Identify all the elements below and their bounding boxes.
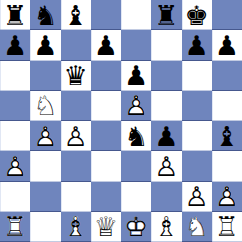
- square-e1[interactable]: ♚♔: [121, 212, 151, 242]
- square-f3[interactable]: ♟♙: [151, 151, 181, 181]
- square-h7[interactable]: ♟: [212, 30, 242, 60]
- white-rook-fill: ♜: [0, 212, 30, 242]
- square-g3[interactable]: [182, 151, 212, 181]
- square-a6[interactable]: [0, 61, 30, 91]
- black-pawn-glyph: ♟: [182, 30, 212, 60]
- square-d6[interactable]: [91, 61, 121, 91]
- square-d2[interactable]: [91, 182, 121, 212]
- square-d7[interactable]: ♟: [91, 30, 121, 60]
- white-pawn-outline: ♙: [182, 182, 212, 212]
- square-b5[interactable]: ♞♘: [30, 91, 60, 121]
- black-bishop-glyph: ♝: [61, 0, 91, 30]
- square-b6[interactable]: [30, 61, 60, 91]
- square-e5[interactable]: ♟♙: [121, 91, 151, 121]
- white-queen-fill: ♛: [91, 212, 121, 242]
- square-g5[interactable]: [182, 91, 212, 121]
- white-king-fill: ♚: [121, 212, 151, 242]
- square-e2[interactable]: [121, 182, 151, 212]
- square-f2[interactable]: [151, 182, 181, 212]
- chess-board: ♜♞♝♜♚♟♟♟♟♟♛♟♞♘♟♙♟♙♟♙♞♟♝♟♙♟♙♟♙♟♙♜♖♝♗♛♕♚♔♝…: [0, 0, 242, 242]
- square-e8[interactable]: [121, 0, 151, 30]
- square-h8[interactable]: [212, 0, 242, 30]
- square-f8[interactable]: ♜: [151, 0, 181, 30]
- square-b7[interactable]: ♟: [30, 30, 60, 60]
- white-bishop-outline: ♗: [61, 212, 91, 242]
- square-c7[interactable]: [61, 30, 91, 60]
- black-queen-glyph: ♛: [61, 61, 91, 91]
- white-knight-outline: ♘: [30, 91, 60, 121]
- square-c3[interactable]: [61, 151, 91, 181]
- square-e3[interactable]: [121, 151, 151, 181]
- square-b4[interactable]: ♟♙: [30, 121, 60, 151]
- white-pawn-fill: ♟: [30, 121, 60, 151]
- black-pawn-glyph: ♟: [0, 30, 30, 60]
- square-f4[interactable]: ♟: [151, 121, 181, 151]
- square-e6[interactable]: ♟: [121, 61, 151, 91]
- square-d4[interactable]: [91, 121, 121, 151]
- black-pawn-glyph: ♟: [30, 30, 60, 60]
- square-h5[interactable]: [212, 91, 242, 121]
- square-b2[interactable]: [30, 182, 60, 212]
- square-b8[interactable]: ♞: [30, 0, 60, 30]
- black-rook-glyph: ♜: [151, 0, 181, 30]
- white-pawn-fill: ♟: [0, 151, 30, 181]
- square-b3[interactable]: [30, 151, 60, 181]
- square-c2[interactable]: [61, 182, 91, 212]
- white-rook-outline: ♖: [0, 212, 30, 242]
- black-bishop-glyph: ♝: [212, 121, 242, 151]
- white-pawn-outline: ♙: [121, 91, 151, 121]
- black-knight-glyph: ♞: [30, 0, 60, 30]
- white-bishop-fill: ♝: [151, 212, 181, 242]
- white-bishop-fill: ♝: [61, 212, 91, 242]
- square-h4[interactable]: ♝: [212, 121, 242, 151]
- square-f1[interactable]: ♝♗: [151, 212, 181, 242]
- square-g6[interactable]: [182, 61, 212, 91]
- square-c5[interactable]: [61, 91, 91, 121]
- square-g8[interactable]: ♚: [182, 0, 212, 30]
- black-pawn-glyph: ♟: [151, 121, 181, 151]
- square-c1[interactable]: ♝♗: [61, 212, 91, 242]
- square-a2[interactable]: [0, 182, 30, 212]
- square-d5[interactable]: [91, 91, 121, 121]
- black-king-glyph: ♚: [182, 0, 212, 30]
- square-c6[interactable]: ♛: [61, 61, 91, 91]
- white-knight-fill: ♞: [182, 212, 212, 242]
- white-pawn-outline: ♙: [0, 151, 30, 181]
- white-pawn-fill: ♟: [212, 182, 242, 212]
- square-a3[interactable]: ♟♙: [0, 151, 30, 181]
- square-h3[interactable]: [212, 151, 242, 181]
- white-pawn-fill: ♟: [61, 121, 91, 151]
- white-knight-outline: ♘: [182, 212, 212, 242]
- white-knight-fill: ♞: [30, 91, 60, 121]
- square-a7[interactable]: ♟: [0, 30, 30, 60]
- white-pawn-fill: ♟: [151, 151, 181, 181]
- square-h2[interactable]: ♟♙: [212, 182, 242, 212]
- square-g4[interactable]: [182, 121, 212, 151]
- white-queen-outline: ♕: [91, 212, 121, 242]
- square-a5[interactable]: [0, 91, 30, 121]
- black-knight-glyph: ♞: [121, 121, 151, 151]
- white-pawn-fill: ♟: [182, 182, 212, 212]
- square-e4[interactable]: ♞: [121, 121, 151, 151]
- square-c4[interactable]: ♟♙: [61, 121, 91, 151]
- square-e7[interactable]: [121, 30, 151, 60]
- white-rook-outline: ♖: [212, 212, 242, 242]
- square-b1[interactable]: [30, 212, 60, 242]
- black-pawn-glyph: ♟: [212, 30, 242, 60]
- square-d1[interactable]: ♛♕: [91, 212, 121, 242]
- white-pawn-outline: ♙: [30, 121, 60, 151]
- black-rook-glyph: ♜: [0, 0, 30, 30]
- white-king-outline: ♔: [121, 212, 151, 242]
- white-pawn-outline: ♙: [212, 182, 242, 212]
- square-d8[interactable]: [91, 0, 121, 30]
- square-g7[interactable]: ♟: [182, 30, 212, 60]
- black-pawn-glyph: ♟: [91, 30, 121, 60]
- square-d3[interactable]: [91, 151, 121, 181]
- square-a1[interactable]: ♜♖: [0, 212, 30, 242]
- black-pawn-glyph: ♟: [121, 61, 151, 91]
- white-bishop-outline: ♗: [151, 212, 181, 242]
- square-f7[interactable]: [151, 30, 181, 60]
- white-pawn-outline: ♙: [151, 151, 181, 181]
- white-pawn-outline: ♙: [61, 121, 91, 151]
- square-f5[interactable]: [151, 91, 181, 121]
- square-a4[interactable]: [0, 121, 30, 151]
- white-rook-fill: ♜: [212, 212, 242, 242]
- square-c8[interactable]: ♝: [61, 0, 91, 30]
- square-h1[interactable]: ♜♖: [212, 212, 242, 242]
- square-h6[interactable]: [212, 61, 242, 91]
- square-g2[interactable]: ♟♙: [182, 182, 212, 212]
- square-g1[interactable]: ♞♘: [182, 212, 212, 242]
- square-f6[interactable]: [151, 61, 181, 91]
- white-pawn-fill: ♟: [121, 91, 151, 121]
- square-a8[interactable]: ♜: [0, 0, 30, 30]
